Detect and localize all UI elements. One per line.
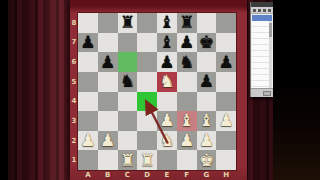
square-b3[interactable] <box>98 111 118 131</box>
file-labels: ABCDEFGH <box>78 170 236 180</box>
piece-white-knight: ♞ <box>159 73 174 90</box>
square-e8[interactable]: ♝ <box>157 13 177 33</box>
square-h7[interactable] <box>216 33 236 53</box>
file-label-e: E <box>157 170 177 180</box>
square-c7[interactable] <box>118 33 138 53</box>
square-b4[interactable] <box>98 92 118 112</box>
square-h4[interactable] <box>216 92 236 112</box>
video-frame: 87654321 ♜♝♜♟♝♟♚♟♟♞♟♞♞♟♟♝♝♟♟♟♞♟♟♜♜♚ ABCD… <box>0 0 320 180</box>
side-window-list[interactable] <box>252 21 272 88</box>
square-e3[interactable]: ♟ <box>157 111 177 131</box>
square-g8[interactable] <box>197 13 217 33</box>
piece-white-pawn: ♟ <box>100 132 115 149</box>
square-h5[interactable] <box>216 72 236 92</box>
square-b5[interactable] <box>98 72 118 92</box>
rank-label-5: 5 <box>70 72 78 92</box>
square-c2[interactable] <box>118 131 138 151</box>
square-e2[interactable]: ♞ <box>157 131 177 151</box>
square-c8[interactable]: ♜ <box>118 13 138 33</box>
square-f6[interactable]: ♞ <box>177 52 197 72</box>
piece-black-bishop: ♝ <box>159 14 174 31</box>
square-f3[interactable]: ♝ <box>177 111 197 131</box>
square-c3[interactable] <box>118 111 138 131</box>
piece-white-knight: ♞ <box>159 132 174 149</box>
scrollbar-thumb[interactable] <box>269 23 272 37</box>
board-grid: ♜♝♜♟♝♟♚♟♟♞♟♞♞♟♟♝♝♟♟♟♞♟♟♜♜♚ <box>78 13 236 170</box>
piece-black-pawn: ♟ <box>219 54 234 71</box>
square-g3[interactable]: ♝ <box>197 111 217 131</box>
square-f4[interactable] <box>177 92 197 112</box>
square-e5[interactable]: ♞ <box>157 72 177 92</box>
piece-white-pawn: ♟ <box>80 132 95 149</box>
square-d6[interactable] <box>137 52 157 72</box>
square-a7[interactable]: ♟ <box>78 33 98 53</box>
square-f7[interactable]: ♟ <box>177 33 197 53</box>
square-g1[interactable]: ♚ <box>197 150 217 170</box>
square-g4[interactable] <box>197 92 217 112</box>
square-e4[interactable] <box>157 92 177 112</box>
piece-white-bishop: ♝ <box>199 112 214 129</box>
toolbar-icon[interactable] <box>263 9 266 12</box>
chess-board: 87654321 ♜♝♜♟♝♟♚♟♟♞♟♞♞♟♟♝♝♟♟♟♞♟♟♜♜♚ ABCD… <box>70 0 247 180</box>
square-h6[interactable]: ♟ <box>216 52 236 72</box>
square-b7[interactable] <box>98 33 118 53</box>
square-d5[interactable] <box>137 72 157 92</box>
piece-black-rook: ♜ <box>179 14 194 31</box>
square-a6[interactable] <box>78 52 98 72</box>
piece-white-pawn: ♟ <box>219 112 234 129</box>
rank-labels: 87654321 <box>70 13 78 170</box>
piece-black-pawn: ♟ <box>80 34 95 51</box>
square-f1[interactable] <box>177 150 197 170</box>
square-d4[interactable] <box>137 92 157 112</box>
toolbar-icon[interactable] <box>253 9 256 12</box>
square-e6[interactable]: ♟ <box>157 52 177 72</box>
square-b6[interactable]: ♟ <box>98 52 118 72</box>
piece-black-knight: ♞ <box>120 73 135 90</box>
file-label-g: G <box>197 170 217 180</box>
rank-label-3: 3 <box>70 111 78 131</box>
piece-black-pawn: ♟ <box>100 54 115 71</box>
square-e1[interactable] <box>157 150 177 170</box>
square-a8[interactable] <box>78 13 98 33</box>
square-b2[interactable]: ♟ <box>98 131 118 151</box>
file-label-c: C <box>118 170 138 180</box>
toolbar-icon[interactable] <box>268 9 271 12</box>
piece-white-pawn: ♟ <box>179 132 194 149</box>
piece-black-rook: ♜ <box>120 14 135 31</box>
side-window <box>250 2 273 97</box>
square-f8[interactable]: ♜ <box>177 13 197 33</box>
square-d8[interactable] <box>137 13 157 33</box>
square-f2[interactable]: ♟ <box>177 131 197 151</box>
piece-black-pawn: ♟ <box>159 54 174 71</box>
square-h8[interactable] <box>216 13 236 33</box>
square-a2[interactable]: ♟ <box>78 131 98 151</box>
piece-black-knight: ♞ <box>179 54 194 71</box>
rank-label-6: 6 <box>70 52 78 72</box>
square-b1[interactable] <box>98 150 118 170</box>
rank-label-1: 1 <box>70 150 78 170</box>
square-c1[interactable]: ♜ <box>118 150 138 170</box>
right-dark-area <box>273 0 320 180</box>
square-d3[interactable] <box>137 111 157 131</box>
rank-label-7: 7 <box>70 33 78 53</box>
piece-white-bishop: ♝ <box>179 112 194 129</box>
piece-white-pawn: ♟ <box>159 112 174 129</box>
square-g6[interactable] <box>197 52 217 72</box>
rank-label-2: 2 <box>70 131 78 151</box>
file-label-d: D <box>137 170 157 180</box>
square-e7[interactable]: ♝ <box>157 33 177 53</box>
side-window-toolbar <box>251 7 273 14</box>
piece-black-pawn: ♟ <box>199 73 214 90</box>
square-d7[interactable] <box>137 33 157 53</box>
side-window-button[interactable] <box>263 91 271 96</box>
scrollbar[interactable] <box>269 21 272 88</box>
piece-white-rook: ♜ <box>120 152 135 169</box>
rank-label-8: 8 <box>70 13 78 33</box>
rank-label-4: 4 <box>70 92 78 112</box>
piece-white-king: ♚ <box>199 152 214 169</box>
square-g2[interactable]: ♟ <box>197 131 217 151</box>
piece-white-rook: ♜ <box>140 152 155 169</box>
square-d1[interactable]: ♜ <box>137 150 157 170</box>
square-g7[interactable]: ♚ <box>197 33 217 53</box>
square-f5[interactable] <box>177 72 197 92</box>
file-label-f: F <box>177 170 197 180</box>
square-a3[interactable] <box>78 111 98 131</box>
file-label-b: B <box>98 170 118 180</box>
square-d2[interactable] <box>137 131 157 151</box>
square-c5[interactable]: ♞ <box>118 72 138 92</box>
square-g5[interactable]: ♟ <box>197 72 217 92</box>
piece-black-bishop: ♝ <box>159 34 174 51</box>
square-h3[interactable]: ♟ <box>216 111 236 131</box>
file-label-h: H <box>216 170 236 180</box>
square-c6[interactable] <box>118 52 138 72</box>
piece-black-pawn: ♟ <box>179 34 194 51</box>
square-h1[interactable] <box>216 150 236 170</box>
square-a5[interactable] <box>78 72 98 92</box>
square-a4[interactable] <box>78 92 98 112</box>
square-a1[interactable] <box>78 150 98 170</box>
piece-white-pawn: ♟ <box>199 132 214 149</box>
side-window-statusbar <box>251 88 273 97</box>
file-label-a: A <box>78 170 98 180</box>
piece-black-king: ♚ <box>199 34 214 51</box>
toolbar-icon[interactable] <box>258 9 261 12</box>
square-b8[interactable] <box>98 13 118 33</box>
square-h2[interactable] <box>216 131 236 151</box>
square-c4[interactable] <box>118 92 138 112</box>
